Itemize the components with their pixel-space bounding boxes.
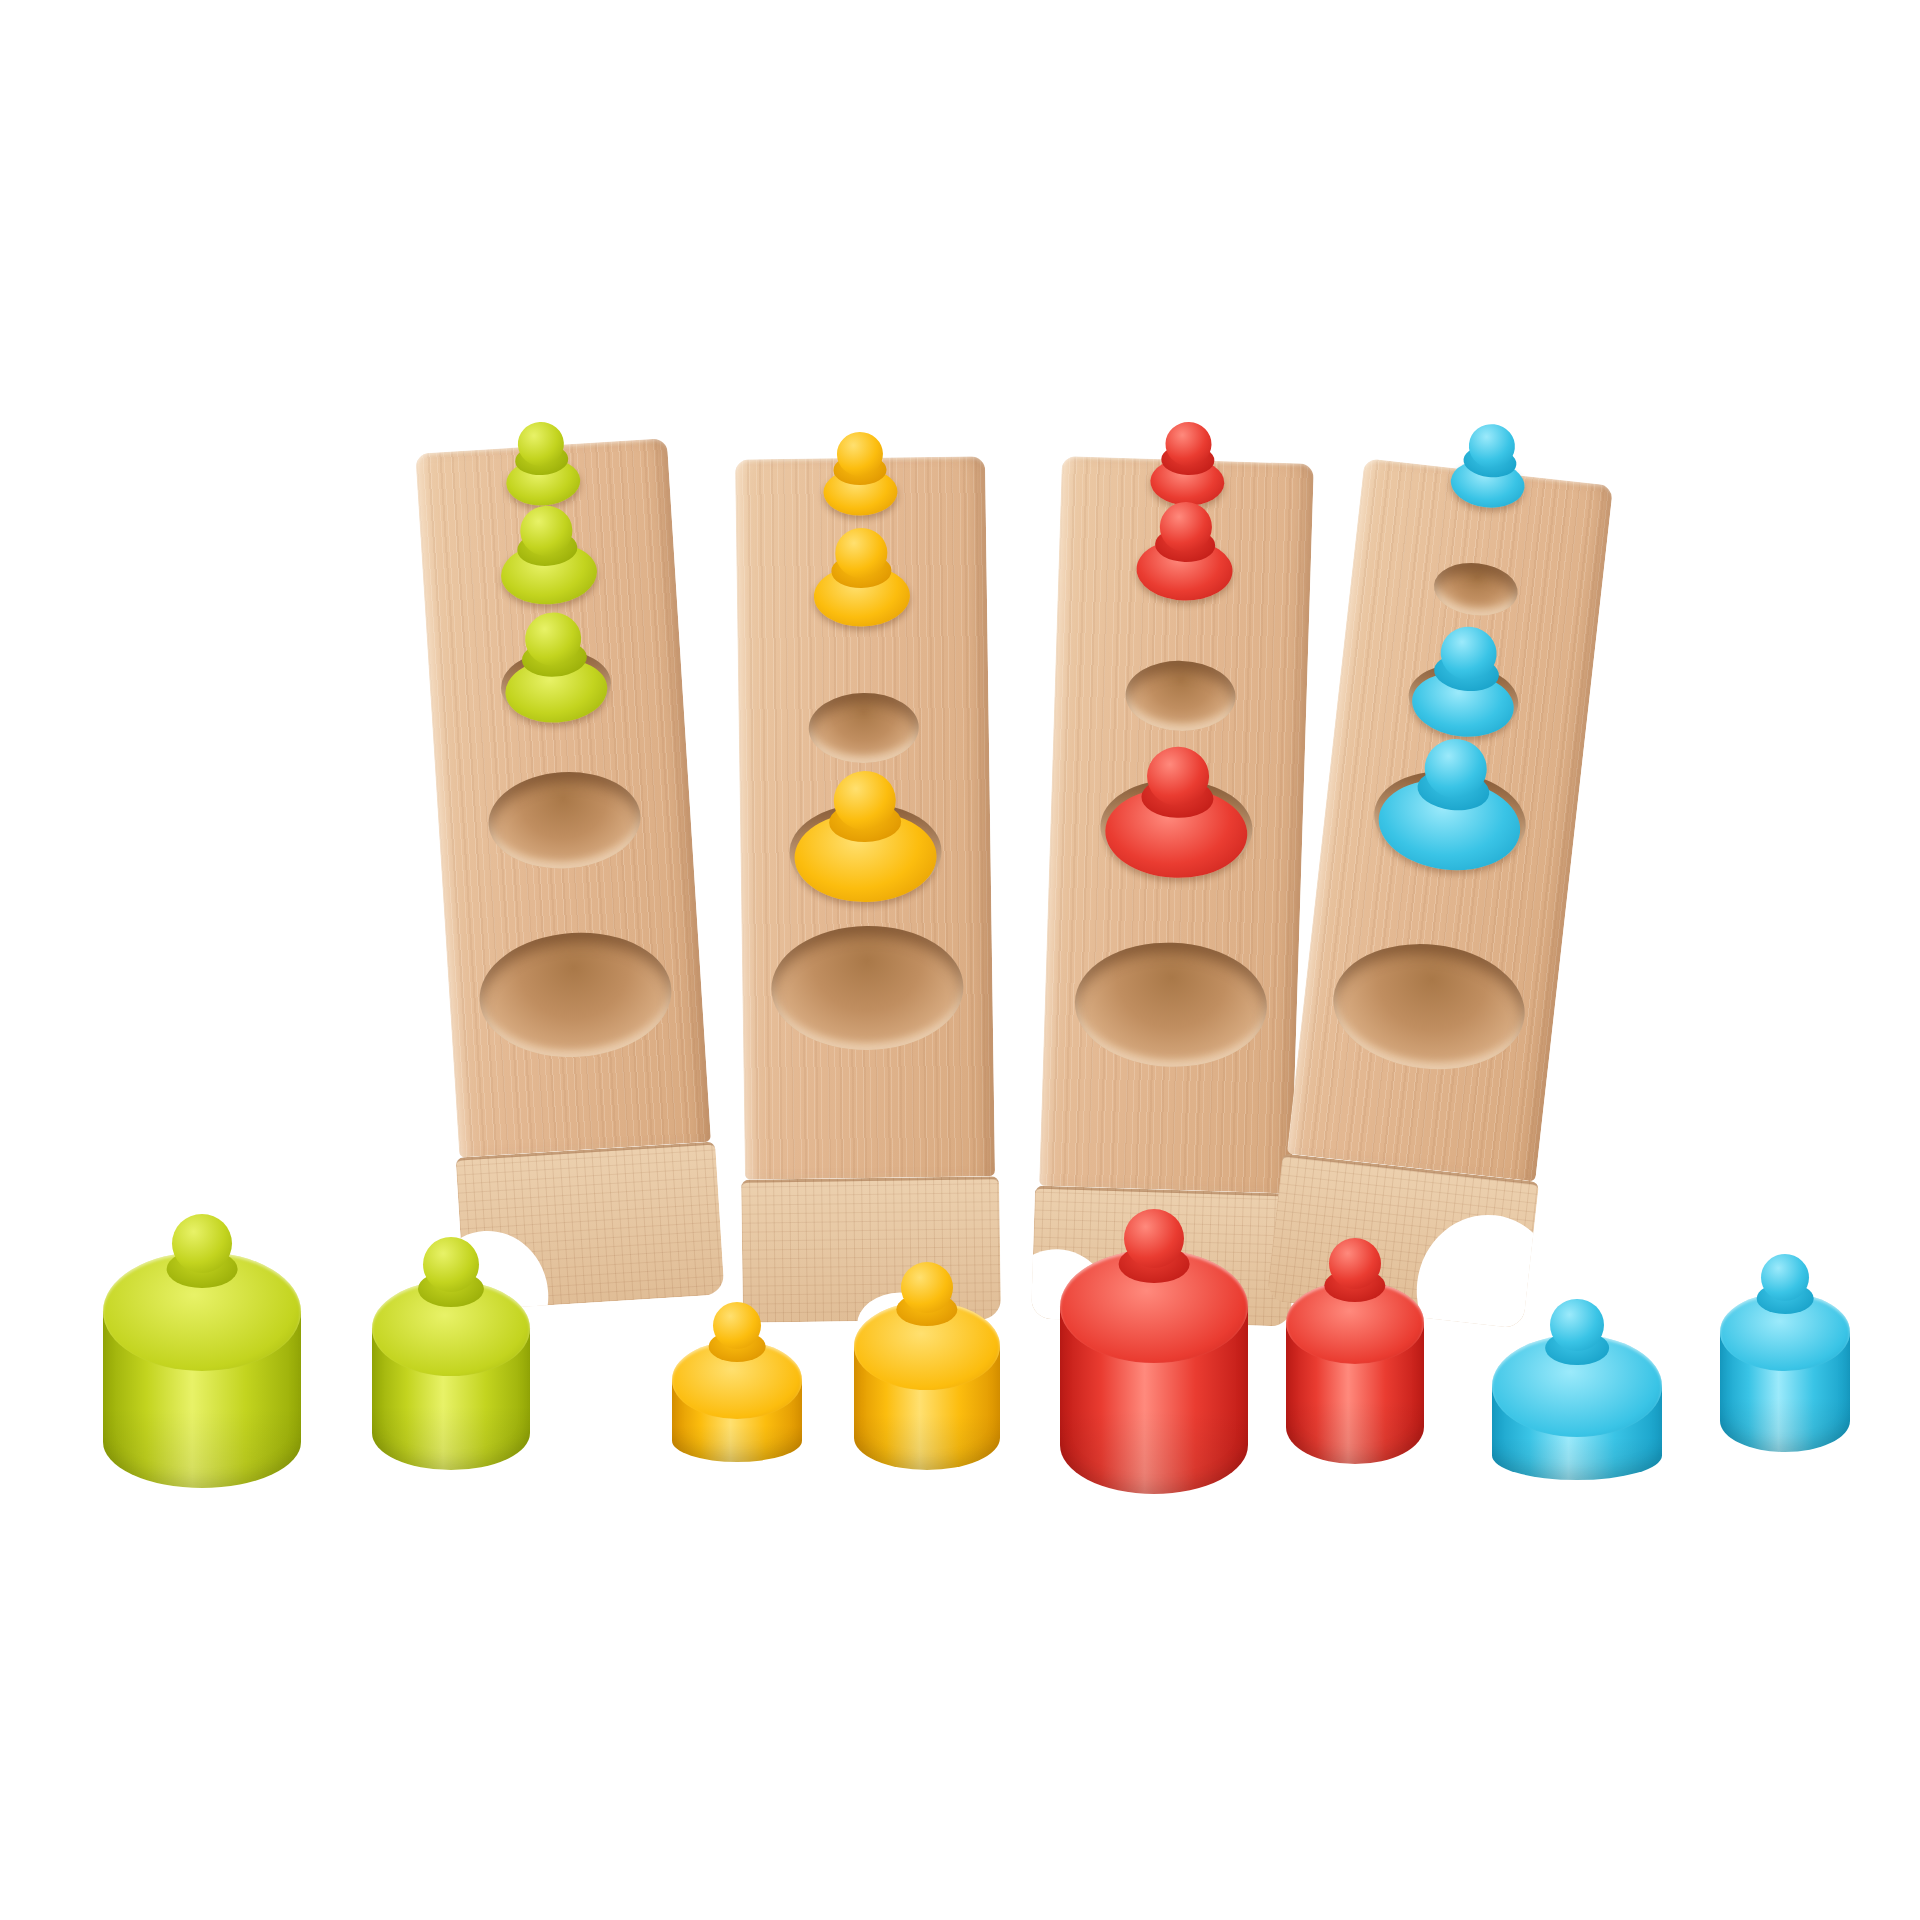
- knob-ball-blue-size5: [1550, 1299, 1604, 1352]
- cylinder-block-yellow: [735, 456, 995, 1179]
- cylinder-block-blue: [1287, 458, 1613, 1182]
- knob-ball-red-size5: [1124, 1209, 1184, 1268]
- block-top-face-yellow: [735, 456, 995, 1179]
- hole-red-size3: [1125, 659, 1237, 732]
- loose-cylinder-blue-size2: [1720, 1254, 1850, 1452]
- loose-cylinder-green-size4: [372, 1240, 530, 1470]
- knob-ball-green-size4: [423, 1237, 479, 1292]
- hole-blue-size5: [1327, 934, 1532, 1079]
- loose-cylinder-yellow-size3: [672, 1304, 802, 1462]
- loose-cylinder-red-size3: [1286, 1238, 1424, 1464]
- hole-blue-size2: [1431, 559, 1520, 620]
- hole-red-size5: [1073, 940, 1269, 1070]
- loose-cylinder-yellow-size5: [854, 1264, 1000, 1470]
- knob-ball-yellow-size1: [837, 432, 884, 476]
- knob-ball-red-size3: [1329, 1238, 1381, 1289]
- hole-green-size5: [476, 927, 675, 1063]
- knob-ball-yellow-size3: [713, 1302, 761, 1349]
- block-top-face-red: [1039, 456, 1314, 1194]
- hole-yellow-size3: [808, 692, 919, 764]
- knob-ball-green-size5: [172, 1214, 232, 1273]
- cylinder-block-red: [1039, 456, 1314, 1194]
- knob-ball-yellow-size5: [901, 1262, 953, 1313]
- product-photo-montessori-cylinder-blocks: [0, 0, 1920, 1920]
- hole-green-size4: [486, 768, 644, 873]
- hole-yellow-size5: [771, 925, 965, 1052]
- block-top-face-blue: [1287, 458, 1613, 1182]
- loose-cylinder-blue-size5: [1492, 1298, 1662, 1480]
- block-top-face-green: [415, 438, 711, 1157]
- cylinder-block-green: [415, 438, 711, 1157]
- knob-ball-blue-size2: [1761, 1254, 1809, 1301]
- loose-cylinder-red-size5: [1060, 1208, 1248, 1494]
- loose-cylinder-green-size5: [103, 1212, 301, 1488]
